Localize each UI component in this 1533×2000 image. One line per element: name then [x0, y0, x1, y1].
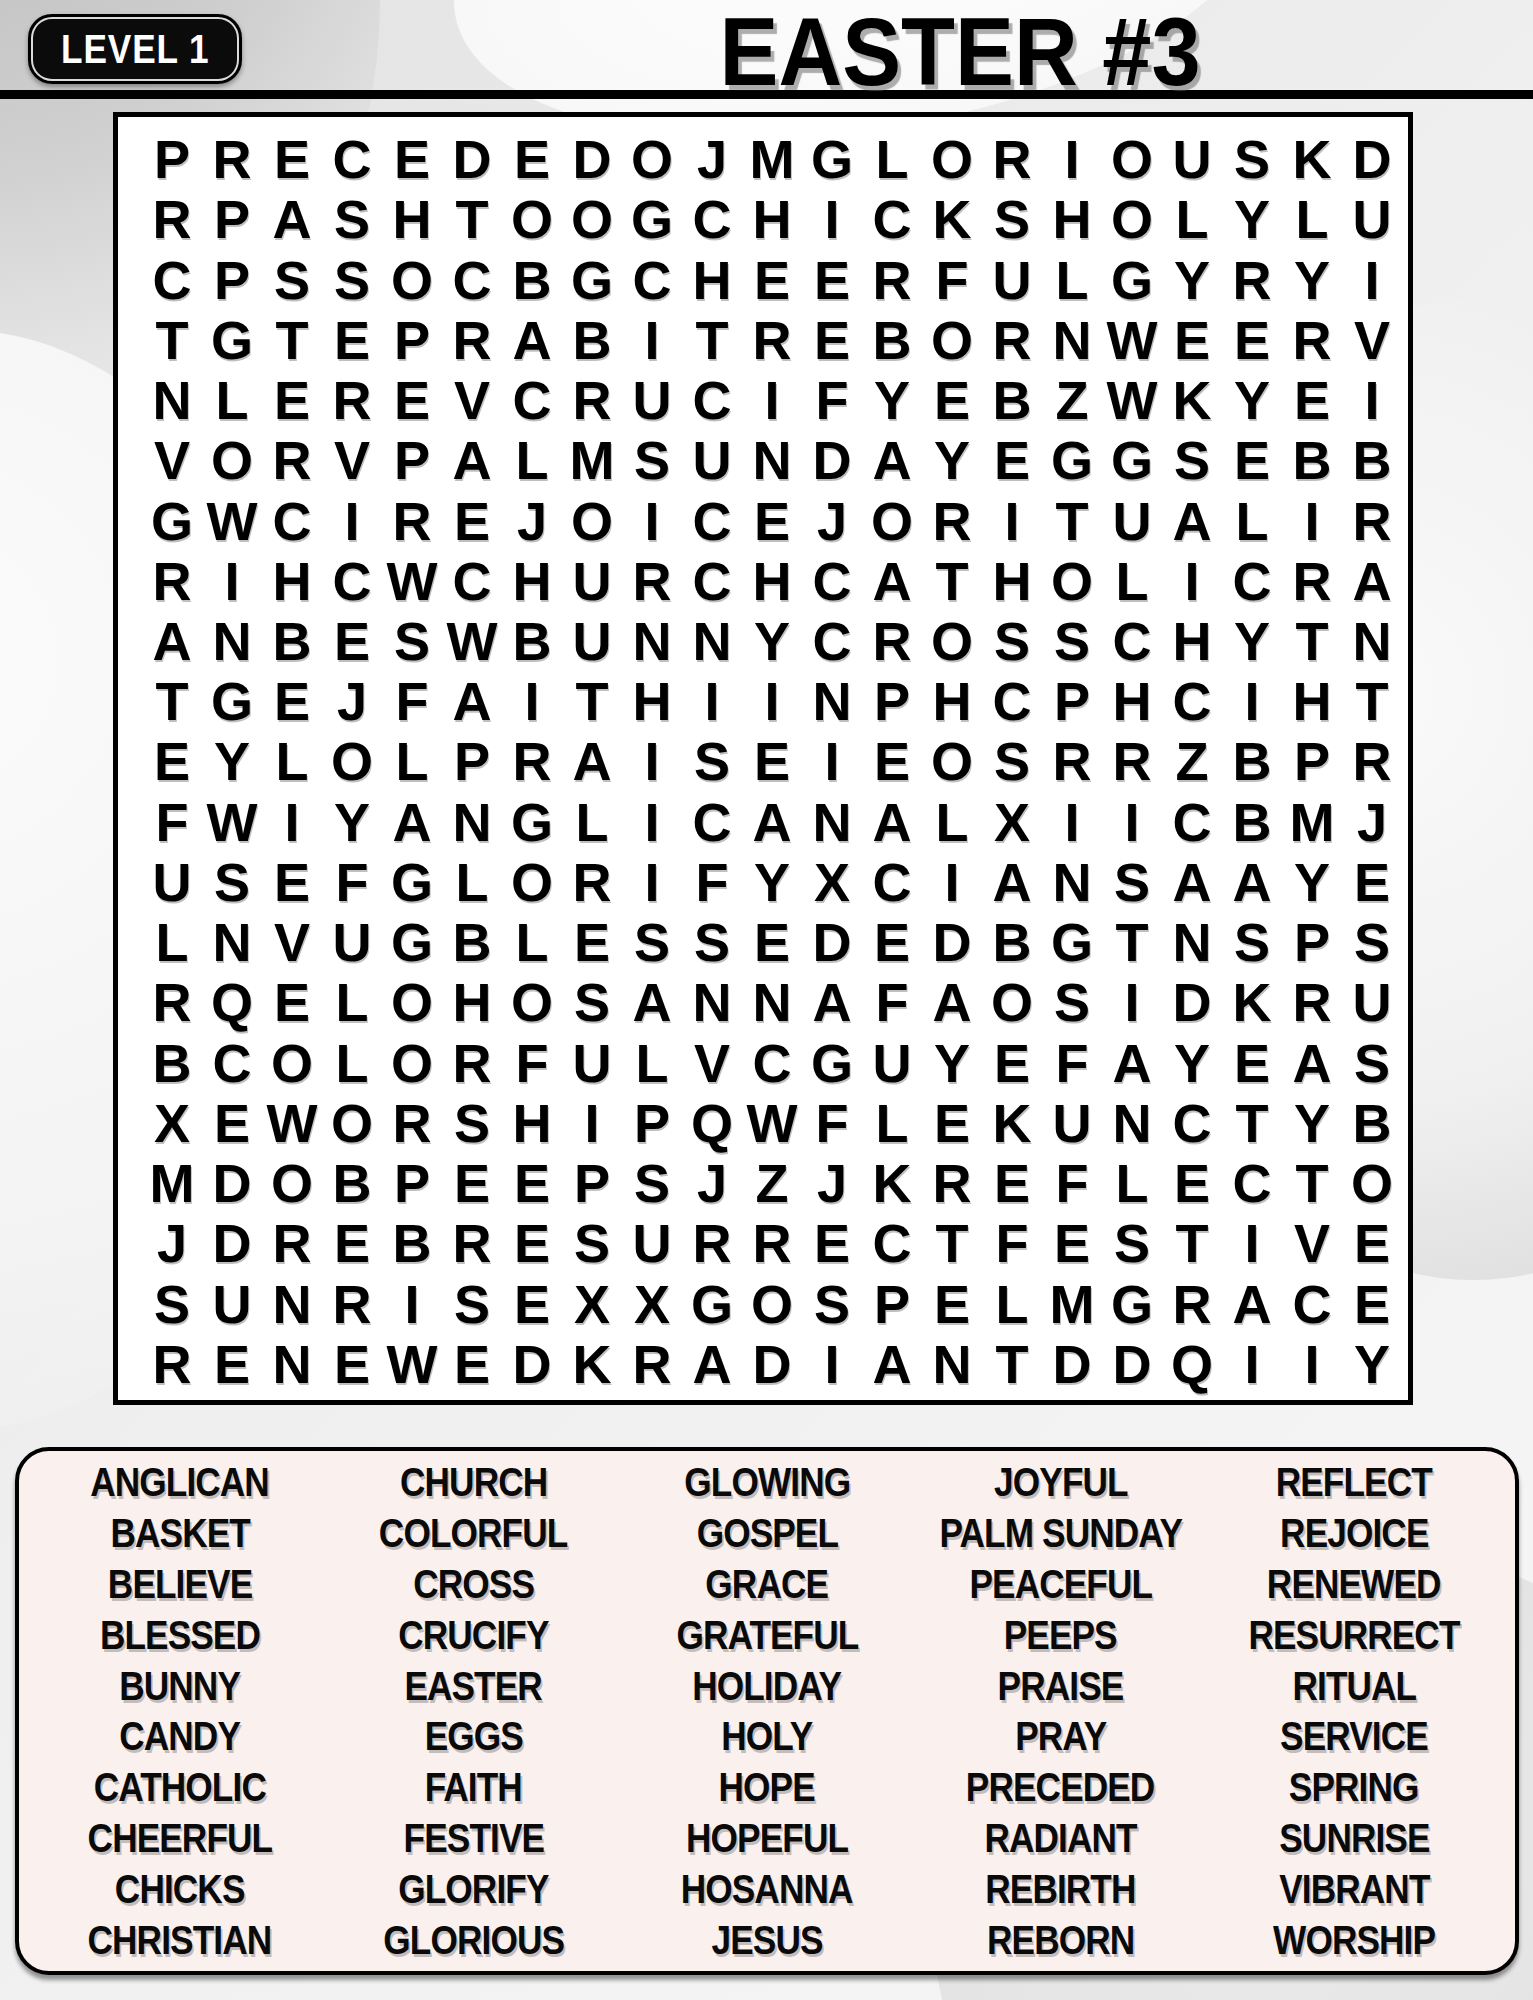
grid-cell-r20c12[interactable]: S [802, 1274, 862, 1334]
grid-cell-r7c15[interactable]: I [982, 490, 1042, 550]
grid-cell-r21c3[interactable]: N [262, 1334, 322, 1394]
grid-cell-r14c6[interactable]: B [442, 912, 502, 972]
grid-cell-r13c10[interactable]: F [682, 852, 742, 912]
grid-cell-r4c5[interactable]: P [382, 310, 442, 370]
grid-cell-r16c8[interactable]: U [562, 1033, 622, 1093]
grid-cell-r1c2[interactable]: R [202, 129, 262, 189]
grid-cell-r1c10[interactable]: J [682, 129, 742, 189]
grid-cell-r4c18[interactable]: E [1162, 310, 1222, 370]
grid-cell-r21c13[interactable]: A [862, 1334, 922, 1394]
grid-cell-r3c9[interactable]: C [622, 249, 682, 309]
grid-cell-r19c5[interactable]: B [382, 1213, 442, 1273]
grid-cell-r1c4[interactable]: C [322, 129, 382, 189]
grid-cell-r11c15[interactable]: S [982, 731, 1042, 791]
grid-cell-r12c18[interactable]: C [1162, 792, 1222, 852]
grid-cell-r17c7[interactable]: H [502, 1093, 562, 1153]
grid-cell-r1c14[interactable]: O [922, 129, 982, 189]
grid-cell-r4c15[interactable]: R [982, 310, 1042, 370]
grid-cell-r8c12[interactable]: C [802, 551, 862, 611]
grid-cell-r18c2[interactable]: D [202, 1153, 262, 1213]
grid-cell-r21c10[interactable]: A [682, 1334, 742, 1394]
grid-cell-r5c15[interactable]: B [982, 370, 1042, 430]
grid-cell-r15c7[interactable]: O [502, 972, 562, 1032]
grid-cell-r13c13[interactable]: C [862, 852, 922, 912]
grid-cell-r6c15[interactable]: E [982, 430, 1042, 490]
grid-cell-r14c16[interactable]: G [1042, 912, 1102, 972]
grid-cell-r14c18[interactable]: N [1162, 912, 1222, 972]
grid-cell-r17c16[interactable]: U [1042, 1093, 1102, 1153]
grid-cell-r2c5[interactable]: H [382, 189, 442, 249]
grid-cell-r5c18[interactable]: K [1162, 370, 1222, 430]
grid-cell-r5c7[interactable]: C [502, 370, 562, 430]
grid-cell-r10c19[interactable]: I [1222, 671, 1282, 731]
grid-cell-r11c14[interactable]: O [922, 731, 982, 791]
grid-cell-r6c21[interactable]: B [1342, 430, 1402, 490]
grid-cell-r1c1[interactable]: P [142, 129, 202, 189]
grid-cell-r8c9[interactable]: R [622, 551, 682, 611]
grid-cell-r14c12[interactable]: D [802, 912, 862, 972]
grid-cell-r14c13[interactable]: E [862, 912, 922, 972]
grid-cell-r17c14[interactable]: E [922, 1093, 982, 1153]
grid-cell-r9c8[interactable]: U [562, 611, 622, 671]
grid-cell-r5c6[interactable]: V [442, 370, 502, 430]
grid-cell-r21c17[interactable]: D [1102, 1334, 1162, 1394]
grid-cell-r21c7[interactable]: D [502, 1334, 562, 1394]
grid-cell-r12c13[interactable]: A [862, 792, 922, 852]
grid-cell-r1c3[interactable]: E [262, 129, 322, 189]
grid-cell-r19c18[interactable]: T [1162, 1213, 1222, 1273]
grid-cell-r3c16[interactable]: L [1042, 249, 1102, 309]
grid-cell-r9c2[interactable]: N [202, 611, 262, 671]
grid-cell-r7c4[interactable]: I [322, 490, 382, 550]
grid-cell-r10c5[interactable]: F [382, 671, 442, 731]
grid-cell-r19c3[interactable]: R [262, 1213, 322, 1273]
grid-cell-r4c12[interactable]: E [802, 310, 862, 370]
grid-cell-r7c13[interactable]: O [862, 490, 922, 550]
grid-cell-r13c5[interactable]: G [382, 852, 442, 912]
grid-cell-r18c15[interactable]: E [982, 1153, 1042, 1213]
grid-cell-r3c17[interactable]: G [1102, 249, 1162, 309]
grid-cell-r20c16[interactable]: M [1042, 1274, 1102, 1334]
grid-cell-r6c20[interactable]: B [1282, 430, 1342, 490]
grid-cell-r16c9[interactable]: L [622, 1033, 682, 1093]
grid-cell-r16c10[interactable]: V [682, 1033, 742, 1093]
grid-cell-r20c15[interactable]: L [982, 1274, 1042, 1334]
grid-cell-r7c3[interactable]: C [262, 490, 322, 550]
grid-cell-r11c9[interactable]: I [622, 731, 682, 791]
grid-cell-r13c18[interactable]: A [1162, 852, 1222, 912]
grid-cell-r13c1[interactable]: U [142, 852, 202, 912]
grid-cell-r13c2[interactable]: S [202, 852, 262, 912]
grid-cell-r3c13[interactable]: R [862, 249, 922, 309]
grid-cell-r21c11[interactable]: D [742, 1334, 802, 1394]
grid-cell-r12c16[interactable]: I [1042, 792, 1102, 852]
grid-cell-r8c1[interactable]: R [142, 551, 202, 611]
grid-cell-r20c5[interactable]: I [382, 1274, 442, 1334]
grid-cell-r2c10[interactable]: C [682, 189, 742, 249]
grid-cell-r12c4[interactable]: Y [322, 792, 382, 852]
grid-cell-r5c1[interactable]: N [142, 370, 202, 430]
grid-cell-r21c9[interactable]: R [622, 1334, 682, 1394]
grid-cell-r4c4[interactable]: E [322, 310, 382, 370]
grid-cell-r16c14[interactable]: Y [922, 1033, 982, 1093]
grid-cell-r13c3[interactable]: E [262, 852, 322, 912]
grid-cell-r18c5[interactable]: P [382, 1153, 442, 1213]
grid-cell-r3c21[interactable]: I [1342, 249, 1402, 309]
grid-cell-r7c2[interactable]: W [202, 490, 262, 550]
grid-cell-r9c12[interactable]: C [802, 611, 862, 671]
grid-cell-r18c10[interactable]: J [682, 1153, 742, 1213]
grid-cell-r11c16[interactable]: R [1042, 731, 1102, 791]
grid-cell-r21c1[interactable]: R [142, 1334, 202, 1394]
grid-cell-r15c19[interactable]: K [1222, 972, 1282, 1032]
grid-cell-r11c17[interactable]: R [1102, 731, 1162, 791]
grid-cell-r13c17[interactable]: S [1102, 852, 1162, 912]
grid-cell-r3c10[interactable]: H [682, 249, 742, 309]
grid-cell-r18c12[interactable]: J [802, 1153, 862, 1213]
grid-cell-r17c13[interactable]: L [862, 1093, 922, 1153]
grid-cell-r7c11[interactable]: E [742, 490, 802, 550]
grid-cell-r7c21[interactable]: R [1342, 490, 1402, 550]
grid-cell-r2c16[interactable]: H [1042, 189, 1102, 249]
grid-cell-r11c8[interactable]: A [562, 731, 622, 791]
grid-cell-r3c3[interactable]: S [262, 249, 322, 309]
grid-cell-r17c20[interactable]: Y [1282, 1093, 1342, 1153]
grid-cell-r19c10[interactable]: R [682, 1213, 742, 1273]
grid-cell-r1c11[interactable]: M [742, 129, 802, 189]
grid-cell-r3c4[interactable]: S [322, 249, 382, 309]
grid-cell-r5c16[interactable]: Z [1042, 370, 1102, 430]
grid-cell-r3c19[interactable]: R [1222, 249, 1282, 309]
grid-cell-r12c20[interactable]: M [1282, 792, 1342, 852]
grid-cell-r21c14[interactable]: N [922, 1334, 982, 1394]
grid-cell-r15c8[interactable]: S [562, 972, 622, 1032]
grid-cell-r16c17[interactable]: A [1102, 1033, 1162, 1093]
grid-cell-r4c9[interactable]: I [622, 310, 682, 370]
grid-cell-r12c10[interactable]: C [682, 792, 742, 852]
grid-cell-r14c21[interactable]: S [1342, 912, 1402, 972]
grid-cell-r10c17[interactable]: H [1102, 671, 1162, 731]
grid-cell-r21c18[interactable]: Q [1162, 1334, 1222, 1394]
grid-cell-r21c12[interactable]: I [802, 1334, 862, 1394]
grid-cell-r18c9[interactable]: S [622, 1153, 682, 1213]
grid-cell-r16c6[interactable]: R [442, 1033, 502, 1093]
grid-cell-r3c8[interactable]: G [562, 249, 622, 309]
grid-cell-r14c8[interactable]: E [562, 912, 622, 972]
grid-cell-r5c21[interactable]: I [1342, 370, 1402, 430]
grid-cell-r10c8[interactable]: T [562, 671, 622, 731]
grid-cell-r6c16[interactable]: G [1042, 430, 1102, 490]
grid-cell-r8c5[interactable]: W [382, 551, 442, 611]
grid-cell-r10c9[interactable]: H [622, 671, 682, 731]
grid-cell-r20c8[interactable]: X [562, 1274, 622, 1334]
grid-cell-r19c14[interactable]: T [922, 1213, 982, 1273]
grid-cell-r20c20[interactable]: C [1282, 1274, 1342, 1334]
grid-cell-r10c3[interactable]: E [262, 671, 322, 731]
grid-cell-r7c9[interactable]: I [622, 490, 682, 550]
grid-cell-r14c17[interactable]: T [1102, 912, 1162, 972]
grid-cell-r11c21[interactable]: R [1342, 731, 1402, 791]
grid-cell-r15c3[interactable]: E [262, 972, 322, 1032]
grid-cell-r20c3[interactable]: N [262, 1274, 322, 1334]
grid-cell-r6c13[interactable]: A [862, 430, 922, 490]
grid-cell-r4c20[interactable]: R [1282, 310, 1342, 370]
grid-cell-r7c16[interactable]: T [1042, 490, 1102, 550]
grid-cell-r17c3[interactable]: W [262, 1093, 322, 1153]
grid-cell-r13c4[interactable]: F [322, 852, 382, 912]
grid-cell-r1c15[interactable]: R [982, 129, 1042, 189]
grid-cell-r2c2[interactable]: P [202, 189, 262, 249]
grid-cell-r21c5[interactable]: W [382, 1334, 442, 1394]
grid-cell-r8c17[interactable]: L [1102, 551, 1162, 611]
grid-cell-r16c2[interactable]: C [202, 1033, 262, 1093]
grid-cell-r16c3[interactable]: O [262, 1033, 322, 1093]
grid-cell-r10c1[interactable]: T [142, 671, 202, 731]
grid-cell-r21c8[interactable]: K [562, 1334, 622, 1394]
grid-cell-r1c16[interactable]: I [1042, 129, 1102, 189]
grid-cell-r11c4[interactable]: O [322, 731, 382, 791]
grid-cell-r19c19[interactable]: I [1222, 1213, 1282, 1273]
grid-cell-r7c19[interactable]: L [1222, 490, 1282, 550]
grid-cell-r9c20[interactable]: T [1282, 611, 1342, 671]
grid-cell-r13c19[interactable]: A [1222, 852, 1282, 912]
grid-cell-r9c1[interactable]: A [142, 611, 202, 671]
grid-cell-r13c21[interactable]: E [1342, 852, 1402, 912]
grid-cell-r8c18[interactable]: I [1162, 551, 1222, 611]
grid-cell-r18c13[interactable]: K [862, 1153, 922, 1213]
grid-cell-r15c12[interactable]: A [802, 972, 862, 1032]
grid-cell-r3c5[interactable]: O [382, 249, 442, 309]
grid-cell-r17c8[interactable]: I [562, 1093, 622, 1153]
grid-cell-r21c21[interactable]: Y [1342, 1334, 1402, 1394]
grid-cell-r1c9[interactable]: O [622, 129, 682, 189]
grid-cell-r15c4[interactable]: L [322, 972, 382, 1032]
grid-cell-r20c2[interactable]: U [202, 1274, 262, 1334]
grid-cell-r4c21[interactable]: V [1342, 310, 1402, 370]
grid-cell-r9c15[interactable]: S [982, 611, 1042, 671]
grid-cell-r5c5[interactable]: E [382, 370, 442, 430]
grid-cell-r15c17[interactable]: I [1102, 972, 1162, 1032]
grid-cell-r9c3[interactable]: B [262, 611, 322, 671]
grid-cell-r14c10[interactable]: S [682, 912, 742, 972]
grid-cell-r19c9[interactable]: U [622, 1213, 682, 1273]
grid-cell-r15c6[interactable]: H [442, 972, 502, 1032]
grid-cell-r1c8[interactable]: D [562, 129, 622, 189]
grid-cell-r15c11[interactable]: N [742, 972, 802, 1032]
grid-cell-r15c20[interactable]: R [1282, 972, 1342, 1032]
grid-cell-r3c11[interactable]: E [742, 249, 802, 309]
grid-cell-r20c13[interactable]: P [862, 1274, 922, 1334]
grid-cell-r8c7[interactable]: H [502, 551, 562, 611]
grid-cell-r14c2[interactable]: N [202, 912, 262, 972]
grid-cell-r18c11[interactable]: Z [742, 1153, 802, 1213]
grid-cell-r20c11[interactable]: O [742, 1274, 802, 1334]
grid-cell-r4c7[interactable]: A [502, 310, 562, 370]
grid-cell-r9c16[interactable]: S [1042, 611, 1102, 671]
grid-cell-r13c16[interactable]: N [1042, 852, 1102, 912]
grid-cell-r16c7[interactable]: F [502, 1033, 562, 1093]
grid-cell-r17c2[interactable]: E [202, 1093, 262, 1153]
grid-cell-r19c21[interactable]: E [1342, 1213, 1402, 1273]
grid-cell-r12c17[interactable]: I [1102, 792, 1162, 852]
grid-cell-r21c6[interactable]: E [442, 1334, 502, 1394]
grid-cell-r21c15[interactable]: T [982, 1334, 1042, 1394]
grid-cell-r12c1[interactable]: F [142, 792, 202, 852]
grid-cell-r10c2[interactable]: G [202, 671, 262, 731]
grid-cell-r11c20[interactable]: P [1282, 731, 1342, 791]
grid-cell-r3c2[interactable]: P [202, 249, 262, 309]
grid-cell-r10c4[interactable]: J [322, 671, 382, 731]
grid-cell-r8c2[interactable]: I [202, 551, 262, 611]
grid-cell-r19c4[interactable]: E [322, 1213, 382, 1273]
grid-cell-r10c10[interactable]: I [682, 671, 742, 731]
grid-cell-r1c20[interactable]: K [1282, 129, 1342, 189]
grid-cell-r17c15[interactable]: K [982, 1093, 1042, 1153]
grid-cell-r16c18[interactable]: Y [1162, 1033, 1222, 1093]
grid-cell-r3c7[interactable]: B [502, 249, 562, 309]
grid-cell-r2c13[interactable]: C [862, 189, 922, 249]
grid-cell-r20c1[interactable]: S [142, 1274, 202, 1334]
grid-cell-r7c8[interactable]: O [562, 490, 622, 550]
grid-cell-r17c11[interactable]: W [742, 1093, 802, 1153]
grid-cell-r20c18[interactable]: R [1162, 1274, 1222, 1334]
grid-cell-r9c21[interactable]: N [1342, 611, 1402, 671]
grid-cell-r18c6[interactable]: E [442, 1153, 502, 1213]
grid-cell-r4c1[interactable]: T [142, 310, 202, 370]
grid-cell-r6c1[interactable]: V [142, 430, 202, 490]
grid-cell-r19c1[interactable]: J [142, 1213, 202, 1273]
grid-cell-r8c13[interactable]: A [862, 551, 922, 611]
grid-cell-r12c6[interactable]: N [442, 792, 502, 852]
grid-cell-r1c12[interactable]: G [802, 129, 862, 189]
grid-cell-r18c7[interactable]: E [502, 1153, 562, 1213]
grid-cell-r2c11[interactable]: H [742, 189, 802, 249]
grid-cell-r12c15[interactable]: X [982, 792, 1042, 852]
grid-cell-r19c16[interactable]: E [1042, 1213, 1102, 1273]
grid-cell-r12c3[interactable]: I [262, 792, 322, 852]
grid-cell-r1c17[interactable]: O [1102, 129, 1162, 189]
grid-cell-r12c12[interactable]: N [802, 792, 862, 852]
grid-cell-r20c19[interactable]: A [1222, 1274, 1282, 1334]
grid-cell-r13c11[interactable]: Y [742, 852, 802, 912]
grid-cell-r10c20[interactable]: H [1282, 671, 1342, 731]
grid-cell-r16c1[interactable]: B [142, 1033, 202, 1093]
grid-cell-r6c12[interactable]: D [802, 430, 862, 490]
grid-cell-r16c13[interactable]: U [862, 1033, 922, 1093]
grid-cell-r9c11[interactable]: Y [742, 611, 802, 671]
grid-cell-r8c11[interactable]: H [742, 551, 802, 611]
grid-cell-r2c19[interactable]: Y [1222, 189, 1282, 249]
grid-cell-r16c20[interactable]: A [1282, 1033, 1342, 1093]
grid-cell-r4c14[interactable]: O [922, 310, 982, 370]
grid-cell-r12c8[interactable]: L [562, 792, 622, 852]
grid-cell-r2c17[interactable]: O [1102, 189, 1162, 249]
grid-cell-r8c4[interactable]: C [322, 551, 382, 611]
grid-cell-r13c15[interactable]: A [982, 852, 1042, 912]
grid-cell-r16c19[interactable]: E [1222, 1033, 1282, 1093]
grid-cell-r3c1[interactable]: C [142, 249, 202, 309]
grid-cell-r11c12[interactable]: I [802, 731, 862, 791]
grid-cell-r3c12[interactable]: E [802, 249, 862, 309]
grid-cell-r20c10[interactable]: G [682, 1274, 742, 1334]
grid-cell-r14c20[interactable]: P [1282, 912, 1342, 972]
grid-cell-r14c14[interactable]: D [922, 912, 982, 972]
grid-cell-r19c7[interactable]: E [502, 1213, 562, 1273]
grid-cell-r7c6[interactable]: E [442, 490, 502, 550]
grid-cell-r5c9[interactable]: U [622, 370, 682, 430]
grid-cell-r1c21[interactable]: D [1342, 129, 1402, 189]
grid-cell-r15c2[interactable]: Q [202, 972, 262, 1032]
grid-cell-r5c11[interactable]: I [742, 370, 802, 430]
grid-cell-r11c18[interactable]: Z [1162, 731, 1222, 791]
grid-cell-r16c15[interactable]: E [982, 1033, 1042, 1093]
grid-cell-r20c17[interactable]: G [1102, 1274, 1162, 1334]
grid-cell-r14c4[interactable]: U [322, 912, 382, 972]
grid-cell-r6c8[interactable]: M [562, 430, 622, 490]
grid-cell-r12c21[interactable]: J [1342, 792, 1402, 852]
grid-cell-r18c17[interactable]: L [1102, 1153, 1162, 1213]
grid-cell-r17c17[interactable]: N [1102, 1093, 1162, 1153]
grid-cell-r1c6[interactable]: D [442, 129, 502, 189]
grid-cell-r2c15[interactable]: S [982, 189, 1042, 249]
grid-cell-r1c19[interactable]: S [1222, 129, 1282, 189]
grid-cell-r7c5[interactable]: R [382, 490, 442, 550]
grid-cell-r4c8[interactable]: B [562, 310, 622, 370]
grid-cell-r6c5[interactable]: P [382, 430, 442, 490]
grid-cell-r8c16[interactable]: O [1042, 551, 1102, 611]
grid-cell-r19c15[interactable]: F [982, 1213, 1042, 1273]
grid-cell-r17c19[interactable]: T [1222, 1093, 1282, 1153]
grid-cell-r18c1[interactable]: M [142, 1153, 202, 1213]
grid-cell-r5c19[interactable]: Y [1222, 370, 1282, 430]
grid-cell-r9c10[interactable]: N [682, 611, 742, 671]
grid-cell-r2c20[interactable]: L [1282, 189, 1342, 249]
grid-cell-r5c20[interactable]: E [1282, 370, 1342, 430]
grid-cell-r16c5[interactable]: O [382, 1033, 442, 1093]
grid-cell-r14c3[interactable]: V [262, 912, 322, 972]
grid-cell-r9c6[interactable]: W [442, 611, 502, 671]
grid-cell-r7c12[interactable]: J [802, 490, 862, 550]
grid-cell-r18c8[interactable]: P [562, 1153, 622, 1213]
grid-cell-r19c12[interactable]: E [802, 1213, 862, 1273]
grid-cell-r2c1[interactable]: R [142, 189, 202, 249]
grid-cell-r5c13[interactable]: Y [862, 370, 922, 430]
grid-cell-r17c21[interactable]: B [1342, 1093, 1402, 1153]
grid-cell-r9c4[interactable]: E [322, 611, 382, 671]
grid-cell-r19c11[interactable]: R [742, 1213, 802, 1273]
grid-cell-r4c17[interactable]: W [1102, 310, 1162, 370]
grid-cell-r12c7[interactable]: G [502, 792, 562, 852]
grid-cell-r7c14[interactable]: R [922, 490, 982, 550]
grid-cell-r3c15[interactable]: U [982, 249, 1042, 309]
grid-cell-r14c19[interactable]: S [1222, 912, 1282, 972]
grid-cell-r19c6[interactable]: R [442, 1213, 502, 1273]
grid-cell-r19c20[interactable]: V [1282, 1213, 1342, 1273]
grid-cell-r14c7[interactable]: L [502, 912, 562, 972]
grid-cell-r11c1[interactable]: E [142, 731, 202, 791]
grid-cell-r2c8[interactable]: O [562, 189, 622, 249]
grid-cell-r12c19[interactable]: B [1222, 792, 1282, 852]
grid-cell-r10c18[interactable]: C [1162, 671, 1222, 731]
grid-cell-r6c7[interactable]: L [502, 430, 562, 490]
grid-cell-r6c4[interactable]: V [322, 430, 382, 490]
grid-cell-r9c17[interactable]: C [1102, 611, 1162, 671]
grid-cell-r7c17[interactable]: U [1102, 490, 1162, 550]
grid-cell-r13c12[interactable]: X [802, 852, 862, 912]
grid-cell-r14c11[interactable]: E [742, 912, 802, 972]
grid-cell-r2c9[interactable]: G [622, 189, 682, 249]
grid-cell-r9c18[interactable]: H [1162, 611, 1222, 671]
